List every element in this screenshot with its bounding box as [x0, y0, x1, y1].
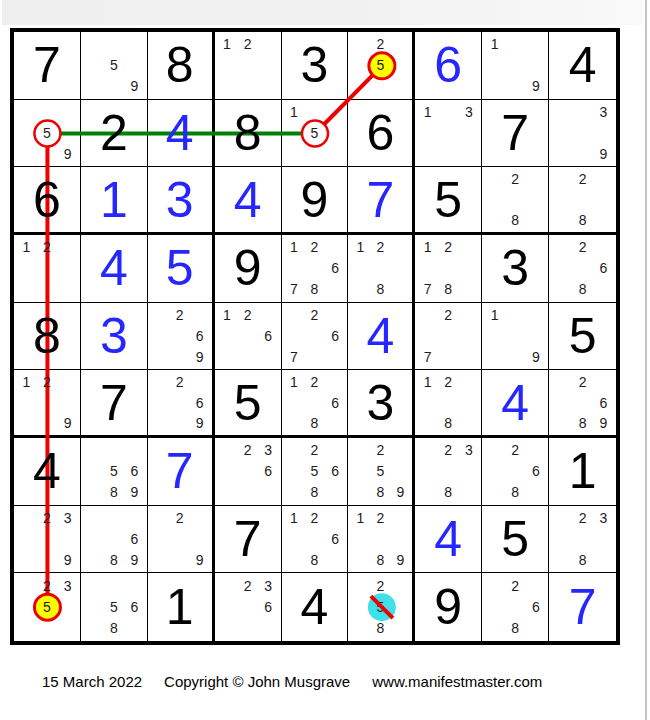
pencil-mark: 2: [370, 440, 390, 461]
pencil-grid: 12: [217, 34, 279, 97]
pencil-grid: 1268: [284, 372, 346, 433]
given-digit: 6: [33, 175, 61, 225]
given-digit: 1: [166, 582, 194, 632]
pencil-grid: 268: [551, 237, 614, 300]
pencil-mark: 6: [190, 393, 210, 413]
cell-r1c8[interactable]: 19: [482, 32, 549, 100]
pencil-grid: 268: [484, 575, 546, 639]
pencil-grid: 269: [150, 305, 210, 368]
pencil-mark: 5: [370, 461, 390, 482]
cell-r4c5[interactable]: 12678: [282, 235, 349, 303]
pencil-mark: 8: [505, 210, 526, 230]
cell-r7c6[interactable]: 2589: [348, 438, 415, 506]
cell-r4c6[interactable]: 128: [348, 235, 415, 303]
pencil-mark: 2: [505, 440, 526, 461]
pencil-mark: 3: [57, 508, 78, 529]
pencil-mark: 8: [104, 482, 125, 503]
pencil-grid: 25: [350, 34, 410, 97]
pencil-grid: 39: [551, 102, 614, 165]
pencil-grid: 129: [16, 372, 78, 433]
pencil-mark: 8: [572, 413, 593, 433]
cell-r6c5[interactable]: 1268: [282, 370, 349, 438]
given-digit: 8: [33, 311, 61, 361]
solved-digit: 4: [234, 175, 262, 225]
pencil-mark: 6: [124, 461, 145, 482]
pencil-grid: 29: [150, 508, 210, 571]
pencil-grid: 1278: [417, 237, 479, 300]
pencil-mark: 8: [304, 413, 325, 433]
cell-r8c6[interactable]: 1289: [348, 506, 415, 574]
cell-r9c2[interactable]: 568: [81, 573, 148, 641]
cell-r7c8[interactable]: 268: [482, 438, 549, 506]
pencil-mark: 2: [304, 237, 325, 258]
cell-r5c7[interactable]: 27: [415, 303, 482, 371]
pencil-mark: 7: [284, 346, 305, 367]
pencil-mark: 1: [417, 237, 438, 258]
given-digit: 7: [234, 514, 262, 564]
pencil-grid: 258: [350, 575, 410, 639]
pencil-mark: 2: [237, 305, 258, 326]
given-digit: 5: [434, 175, 462, 225]
pencil-mark: 9: [57, 549, 78, 570]
pencil-mark: 2: [572, 237, 593, 258]
given-digit: 4: [301, 582, 329, 632]
given-digit: 1: [569, 446, 597, 496]
footer-copyright: Copyright © John Musgrave: [164, 673, 350, 690]
pencil-grid: 128: [350, 237, 410, 300]
given-digit: 8: [234, 108, 262, 158]
pencil-mark: 9: [190, 549, 210, 570]
solved-digit: 4: [100, 243, 128, 293]
pencil-mark: 5: [370, 55, 390, 76]
pencil-mark: 5: [37, 597, 58, 618]
pencil-grid: 2689: [551, 372, 614, 433]
pencil-grid: 568: [83, 575, 145, 639]
pencil-mark: 1: [16, 372, 37, 392]
pencil-grid: 59: [83, 34, 145, 97]
pencil-mark: 6: [325, 529, 346, 550]
cell-r2c7[interactable]: 13: [415, 100, 482, 168]
pencil-mark: 2: [237, 440, 258, 461]
pencil-mark: 9: [525, 76, 546, 97]
pencil-mark: 9: [390, 549, 410, 570]
cell-r7c5[interactable]: 2568: [282, 438, 349, 506]
cell-r5c5[interactable]: 267: [282, 303, 349, 371]
cell-r1c4[interactable]: 12: [215, 32, 282, 100]
footer-website: www.manifestmaster.com: [372, 673, 542, 690]
pencil-mark: 2: [304, 508, 325, 529]
pencil-mark: 2: [237, 575, 258, 596]
pencil-grid: 1268: [284, 508, 346, 571]
cell-r9c6[interactable]: 258: [348, 573, 415, 641]
pencil-mark: 9: [57, 143, 78, 164]
pencil-mark: 1: [417, 372, 438, 392]
pencil-grid: 128: [417, 372, 479, 433]
given-digit: 9: [434, 582, 462, 632]
cell-r4c7[interactable]: 1278: [415, 235, 482, 303]
given-digit: 2: [100, 108, 128, 158]
pencil-mark: 8: [304, 482, 325, 503]
pencil-mark: 2: [572, 169, 593, 189]
given-digit: 4: [33, 446, 61, 496]
solved-digit: 4: [166, 108, 194, 158]
given-digit: 9: [234, 243, 262, 293]
cell-r7c2[interactable]: 5689: [81, 438, 148, 506]
pencil-grid: 15: [284, 102, 346, 165]
pencil-mark: 6: [258, 326, 279, 347]
pencil-mark: 2: [438, 372, 459, 392]
cell-r3c8[interactable]: 28: [482, 167, 549, 235]
given-digit: 4: [569, 40, 597, 90]
given-digit: 7: [501, 108, 529, 158]
pencil-mark: 1: [350, 237, 370, 258]
pencil-mark: 1: [16, 237, 37, 258]
pencil-mark: 1: [417, 102, 438, 123]
pencil-mark: 5: [104, 461, 125, 482]
solved-digit: 4: [366, 311, 394, 361]
pencil-mark: 6: [325, 461, 346, 482]
pencil-mark: 8: [304, 279, 325, 300]
pencil-grid: 1289: [350, 508, 410, 571]
given-digit: 5: [501, 514, 529, 564]
cell-r5c3[interactable]: 269: [148, 303, 215, 371]
pencil-grid: 28: [551, 169, 614, 230]
pencil-mark: 8: [505, 482, 526, 503]
pencil-mark: 2: [37, 508, 58, 529]
pencil-mark: 1: [217, 34, 238, 55]
window-top-band: [2, 0, 643, 25]
pencil-mark: 3: [593, 102, 614, 123]
cell-r8c5[interactable]: 1268: [282, 506, 349, 574]
pencil-mark: 9: [593, 143, 614, 164]
pencil-mark: 7: [417, 279, 438, 300]
pencil-grid: 12: [16, 237, 78, 300]
pencil-mark: 2: [370, 508, 390, 529]
cell-r8c2[interactable]: 689: [81, 506, 148, 574]
cell-r8c9[interactable]: 238: [549, 506, 616, 574]
pencil-grid: 59: [16, 102, 78, 165]
cell-r4c1[interactable]: 12: [14, 235, 81, 303]
pencil-mark: 2: [237, 34, 258, 55]
pencil-mark: 3: [258, 440, 279, 461]
pencil-mark: 8: [104, 618, 125, 639]
cell-r7c4[interactable]: 236: [215, 438, 282, 506]
pencil-mark: 5: [104, 597, 125, 618]
pencil-grid: 267: [284, 305, 346, 368]
cell-r3c9[interactable]: 28: [549, 167, 616, 235]
pencil-mark: 9: [525, 346, 546, 367]
given-digit: 9: [301, 175, 329, 225]
given-digit: 5: [234, 378, 262, 428]
pencil-mark: 8: [572, 210, 593, 230]
pencil-mark: 2: [37, 372, 58, 392]
cell-r2c1[interactable]: 59: [14, 100, 81, 168]
pencil-mark: 9: [190, 346, 210, 367]
pencil-mark: 6: [258, 597, 279, 618]
pencil-mark: 9: [190, 413, 210, 433]
pencil-mark: 8: [370, 618, 390, 639]
solved-digit: 4: [434, 514, 462, 564]
pencil-mark: 6: [325, 258, 346, 279]
given-digit: 6: [366, 108, 394, 158]
pencil-mark: 8: [304, 549, 325, 570]
pencil-mark: 8: [438, 279, 459, 300]
sudoku-cells: 7598123256194592481561373961349752828124…: [14, 32, 616, 641]
pencil-mark: 2: [505, 575, 526, 596]
solved-digit: 1: [100, 175, 128, 225]
pencil-mark: 9: [124, 76, 145, 97]
cell-r6c7[interactable]: 128: [415, 370, 482, 438]
footer: 15 March 2022 Copyright © John Musgrave …: [0, 673, 650, 690]
pencil-mark: 6: [525, 597, 546, 618]
pencil-mark: 6: [258, 461, 279, 482]
solved-digit: 3: [100, 311, 128, 361]
pencil-mark: 9: [390, 482, 410, 503]
pencil-grid: 28: [484, 169, 546, 230]
pencil-mark: 5: [370, 597, 390, 618]
pencil-grid: 13: [417, 102, 479, 165]
pencil-mark: 8: [370, 279, 390, 300]
pencil-mark: 2: [572, 372, 593, 392]
pencil-mark: 2: [438, 440, 459, 461]
pencil-grid: 236: [217, 575, 279, 639]
sudoku-board: 7598123256194592481561373961349752828124…: [10, 28, 620, 645]
pencil-mark: 6: [124, 529, 145, 550]
pencil-grid: 2568: [284, 440, 346, 503]
pencil-mark: 2: [170, 508, 190, 529]
pencil-mark: 8: [370, 549, 390, 570]
solved-digit: 7: [366, 175, 394, 225]
cell-r2c5[interactable]: 15: [282, 100, 349, 168]
pencil-mark: 1: [484, 305, 505, 326]
window-right-edge: [645, 0, 647, 720]
given-digit: 7: [33, 40, 61, 90]
pencil-mark: 8: [505, 618, 526, 639]
solved-digit: 3: [166, 175, 194, 225]
pencil-grid: 689: [83, 508, 145, 571]
cell-r6c1[interactable]: 129: [14, 370, 81, 438]
pencil-mark: 7: [417, 346, 438, 367]
pencil-mark: 3: [459, 440, 480, 461]
given-digit: 3: [301, 40, 329, 90]
pencil-mark: 2: [170, 372, 190, 392]
footer-date: 15 March 2022: [42, 673, 142, 690]
pencil-mark: 8: [104, 549, 125, 570]
pencil-grid: 269: [150, 372, 210, 433]
pencil-mark: 9: [124, 482, 145, 503]
pencil-mark: 2: [304, 372, 325, 392]
cell-r9c8[interactable]: 268: [482, 573, 549, 641]
cell-r4c9[interactable]: 268: [549, 235, 616, 303]
cell-r5c8[interactable]: 19: [482, 303, 549, 371]
pencil-grid: 236: [217, 440, 279, 503]
pencil-mark: 2: [304, 305, 325, 326]
pencil-mark: 9: [57, 413, 78, 433]
pencil-mark: 6: [525, 461, 546, 482]
pencil-mark: 2: [370, 237, 390, 258]
pencil-mark: 3: [593, 508, 614, 529]
pencil-mark: 3: [57, 575, 78, 596]
pencil-mark: 8: [438, 413, 459, 433]
pencil-mark: 6: [325, 393, 346, 413]
pencil-mark: 9: [124, 549, 145, 570]
pencil-mark: 8: [438, 482, 459, 503]
pencil-mark: 1: [484, 34, 505, 55]
cell-r7c7[interactable]: 238: [415, 438, 482, 506]
pencil-mark: 8: [370, 482, 390, 503]
pencil-grid: 2589: [350, 440, 410, 503]
pencil-mark: 6: [124, 597, 145, 618]
given-digit: 5: [569, 311, 597, 361]
cell-r8c3[interactable]: 29: [148, 506, 215, 574]
pencil-mark: 1: [284, 508, 305, 529]
pencil-grid: 19: [484, 305, 546, 368]
pencil-mark: 2: [370, 34, 390, 55]
solved-digit: 5: [166, 243, 194, 293]
pencil-grid: 235: [16, 575, 78, 639]
pencil-grid: 238: [551, 508, 614, 571]
cell-r1c6[interactable]: 25: [348, 32, 415, 100]
pencil-mark: 6: [593, 258, 614, 279]
given-digit: 8: [166, 40, 194, 90]
pencil-mark: 8: [572, 549, 593, 570]
pencil-mark: 2: [438, 237, 459, 258]
pencil-mark: 2: [505, 169, 526, 189]
pencil-mark: 1: [217, 305, 238, 326]
pencil-mark: 1: [350, 508, 370, 529]
pencil-grid: 12678: [284, 237, 346, 300]
solved-digit: 4: [501, 378, 529, 428]
pencil-mark: 2: [438, 305, 459, 326]
cell-r5c4[interactable]: 126: [215, 303, 282, 371]
pencil-mark: 6: [190, 326, 210, 347]
given-digit: 3: [501, 243, 529, 293]
cell-r9c1[interactable]: 235: [14, 573, 81, 641]
pencil-mark: 2: [304, 440, 325, 461]
pencil-mark: 6: [325, 326, 346, 347]
given-digit: 3: [366, 378, 394, 428]
pencil-mark: 3: [459, 102, 480, 123]
cell-r6c3[interactable]: 269: [148, 370, 215, 438]
given-digit: 7: [100, 378, 128, 428]
pencil-mark: 2: [370, 575, 390, 596]
pencil-grid: 268: [484, 440, 546, 503]
pencil-mark: 5: [304, 123, 325, 144]
pencil-mark: 5: [37, 123, 58, 144]
pencil-mark: 8: [572, 279, 593, 300]
cell-r6c9[interactable]: 2689: [549, 370, 616, 438]
pencil-grid: 19: [484, 34, 546, 97]
solved-digit: 7: [166, 446, 194, 496]
pencil-mark: 2: [170, 305, 190, 326]
cell-r2c9[interactable]: 39: [549, 100, 616, 168]
pencil-mark: 1: [284, 102, 305, 123]
cell-r8c1[interactable]: 239: [14, 506, 81, 574]
pencil-mark: 5: [304, 461, 325, 482]
pencil-grid: 27: [417, 305, 479, 368]
pencil-mark: 2: [37, 575, 58, 596]
pencil-grid: 126: [217, 305, 279, 368]
pencil-mark: 7: [284, 279, 305, 300]
pencil-mark: 1: [284, 372, 305, 392]
pencil-grid: 239: [16, 508, 78, 571]
solved-digit: 7: [569, 582, 597, 632]
pencil-mark: 9: [593, 413, 614, 433]
pencil-mark: 2: [37, 237, 58, 258]
pencil-mark: 5: [104, 55, 125, 76]
cell-r9c4[interactable]: 236: [215, 573, 282, 641]
cell-r1c2[interactable]: 59: [81, 32, 148, 100]
pencil-mark: 3: [258, 575, 279, 596]
solved-digit: 6: [434, 40, 462, 90]
pencil-grid: 5689: [83, 440, 145, 503]
pencil-mark: 6: [593, 393, 614, 413]
pencil-grid: 238: [417, 440, 479, 503]
pencil-mark: 1: [284, 237, 305, 258]
pencil-mark: 2: [572, 508, 593, 529]
